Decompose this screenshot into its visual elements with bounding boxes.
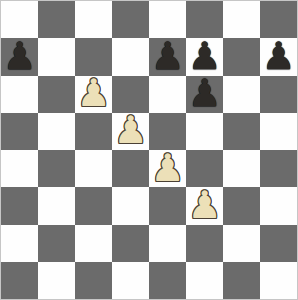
square-e8[interactable] — [149, 1, 186, 38]
square-h4[interactable] — [260, 150, 297, 187]
square-f3[interactable]: ♟ — [186, 187, 223, 224]
square-c5[interactable] — [75, 113, 112, 150]
square-e6[interactable] — [149, 76, 186, 113]
square-e4[interactable]: ♟ — [149, 150, 186, 187]
square-a6[interactable] — [1, 76, 38, 113]
square-d5[interactable]: ♟ — [112, 113, 149, 150]
square-a4[interactable] — [1, 150, 38, 187]
square-g8[interactable] — [223, 1, 260, 38]
square-f2[interactable] — [186, 225, 223, 262]
square-d3[interactable] — [112, 187, 149, 224]
square-h6[interactable] — [260, 76, 297, 113]
square-c2[interactable] — [75, 225, 112, 262]
square-h2[interactable] — [260, 225, 297, 262]
black-pawn[interactable]: ♟ — [2, 38, 36, 75]
square-g4[interactable] — [223, 150, 260, 187]
square-e1[interactable] — [149, 262, 186, 299]
square-f5[interactable] — [186, 113, 223, 150]
square-h3[interactable] — [260, 187, 297, 224]
square-b4[interactable] — [38, 150, 75, 187]
black-pawn[interactable]: ♟ — [261, 38, 295, 75]
square-a8[interactable] — [1, 1, 38, 38]
square-g7[interactable] — [223, 38, 260, 75]
square-c7[interactable] — [75, 38, 112, 75]
square-h7[interactable]: ♟ — [260, 38, 297, 75]
square-a3[interactable] — [1, 187, 38, 224]
square-h1[interactable] — [260, 262, 297, 299]
square-a2[interactable] — [1, 225, 38, 262]
white-pawn[interactable]: ♟ — [113, 113, 147, 150]
square-c1[interactable] — [75, 262, 112, 299]
square-a7[interactable]: ♟ — [1, 38, 38, 75]
square-g1[interactable] — [223, 262, 260, 299]
white-pawn[interactable]: ♟ — [150, 150, 184, 187]
square-e7[interactable]: ♟ — [149, 38, 186, 75]
square-c6[interactable]: ♟ — [75, 76, 112, 113]
square-b2[interactable] — [38, 225, 75, 262]
square-b3[interactable] — [38, 187, 75, 224]
square-g5[interactable] — [223, 113, 260, 150]
square-d2[interactable] — [112, 225, 149, 262]
chess-board: ♟♟♟♟♟♟♟♟♟ — [0, 0, 298, 300]
square-f6[interactable]: ♟ — [186, 76, 223, 113]
square-e2[interactable] — [149, 225, 186, 262]
square-a1[interactable] — [1, 262, 38, 299]
square-a5[interactable] — [1, 113, 38, 150]
square-f1[interactable] — [186, 262, 223, 299]
square-d7[interactable] — [112, 38, 149, 75]
square-e3[interactable] — [149, 187, 186, 224]
square-e5[interactable] — [149, 113, 186, 150]
square-f7[interactable]: ♟ — [186, 38, 223, 75]
square-h5[interactable] — [260, 113, 297, 150]
square-f4[interactable] — [186, 150, 223, 187]
white-pawn[interactable]: ♟ — [76, 76, 110, 113]
square-h8[interactable] — [260, 1, 297, 38]
square-g6[interactable] — [223, 76, 260, 113]
square-b7[interactable] — [38, 38, 75, 75]
square-d4[interactable] — [112, 150, 149, 187]
square-b8[interactable] — [38, 1, 75, 38]
black-pawn[interactable]: ♟ — [187, 38, 221, 75]
square-b1[interactable] — [38, 262, 75, 299]
square-d6[interactable] — [112, 76, 149, 113]
black-pawn[interactable]: ♟ — [150, 38, 184, 75]
square-d1[interactable] — [112, 262, 149, 299]
white-pawn[interactable]: ♟ — [187, 187, 221, 224]
square-g2[interactable] — [223, 225, 260, 262]
black-pawn[interactable]: ♟ — [187, 76, 221, 113]
square-b6[interactable] — [38, 76, 75, 113]
square-b5[interactable] — [38, 113, 75, 150]
square-g3[interactable] — [223, 187, 260, 224]
square-c4[interactable] — [75, 150, 112, 187]
square-c8[interactable] — [75, 1, 112, 38]
square-d8[interactable] — [112, 1, 149, 38]
square-c3[interactable] — [75, 187, 112, 224]
square-f8[interactable] — [186, 1, 223, 38]
